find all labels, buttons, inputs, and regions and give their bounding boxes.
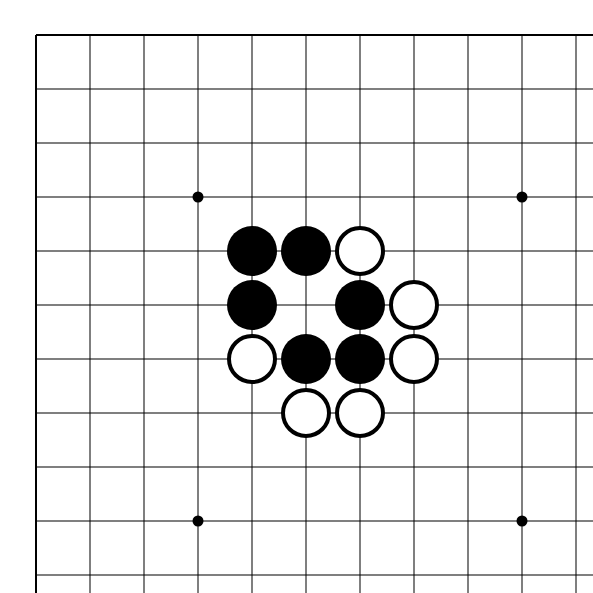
intersection[interactable] (117, 62, 171, 116)
intersection[interactable] (225, 494, 279, 548)
grid-line-v (414, 224, 415, 278)
intersection[interactable] (495, 548, 549, 593)
intersection[interactable] (63, 170, 117, 224)
grid-line-v (90, 62, 91, 116)
grid-line-v (414, 440, 415, 494)
black-stone (227, 280, 277, 330)
intersection[interactable] (9, 170, 63, 224)
intersection[interactable] (495, 170, 549, 224)
intersection[interactable] (549, 8, 593, 62)
grid-line-v (198, 35, 199, 62)
intersection[interactable] (279, 440, 333, 494)
intersection[interactable] (333, 224, 387, 278)
intersection[interactable] (9, 224, 63, 278)
intersection[interactable] (171, 386, 225, 440)
intersection[interactable] (441, 8, 495, 62)
intersection[interactable] (549, 494, 593, 548)
intersection[interactable] (63, 386, 117, 440)
grid-line-v (144, 170, 145, 224)
grid-line-h (36, 251, 63, 252)
grid-line-v (414, 548, 415, 593)
grid-line-v (35, 386, 37, 440)
intersection[interactable] (117, 224, 171, 278)
grid-line-v (468, 386, 469, 440)
intersection[interactable] (549, 224, 593, 278)
grid-line-v (522, 62, 523, 116)
intersection[interactable] (63, 332, 117, 386)
black-stone (335, 280, 385, 330)
intersection[interactable] (495, 332, 549, 386)
grid-line-v (90, 170, 91, 224)
grid-line-v (414, 62, 415, 116)
grid-line-v (252, 35, 253, 62)
intersection[interactable] (333, 8, 387, 62)
white-stone (389, 334, 439, 384)
intersection[interactable] (387, 278, 441, 332)
grid-line-v (198, 278, 199, 332)
grid-line-v (468, 35, 469, 62)
grid-line-v (468, 278, 469, 332)
intersection[interactable] (225, 278, 279, 332)
intersection[interactable] (495, 116, 549, 170)
grid-line-v (35, 170, 37, 224)
intersection[interactable] (117, 278, 171, 332)
grid-line-v (90, 440, 91, 494)
black-stone (281, 334, 331, 384)
grid-line-h (549, 413, 593, 414)
intersection[interactable] (279, 116, 333, 170)
grid-line-v (90, 278, 91, 332)
intersection[interactable] (171, 548, 225, 593)
intersection[interactable] (279, 494, 333, 548)
intersection[interactable] (549, 440, 593, 494)
intersection[interactable] (279, 170, 333, 224)
grid-line-v (35, 332, 37, 386)
grid-line-v (468, 116, 469, 170)
intersection[interactable] (441, 62, 495, 116)
grid-line-v (576, 494, 577, 548)
grid-line-v (35, 548, 37, 593)
intersection[interactable] (387, 386, 441, 440)
grid-line-h (36, 89, 63, 90)
intersection[interactable] (333, 170, 387, 224)
grid-line-v (90, 386, 91, 440)
intersection[interactable] (225, 386, 279, 440)
grid-line-v (306, 548, 307, 593)
grid-line-h (549, 143, 593, 144)
intersection[interactable] (9, 494, 63, 548)
intersection[interactable] (117, 8, 171, 62)
grid-line-v (198, 548, 199, 593)
grid-line-v (360, 170, 361, 224)
intersection[interactable] (387, 170, 441, 224)
intersection[interactable] (225, 170, 279, 224)
intersection[interactable] (171, 224, 225, 278)
grid-line-v (360, 62, 361, 116)
grid-line-v (468, 494, 469, 548)
grid-line-v (35, 62, 37, 116)
intersection[interactable] (279, 332, 333, 386)
grid-line-v (252, 170, 253, 224)
intersection[interactable] (63, 494, 117, 548)
intersection[interactable] (279, 8, 333, 62)
intersection[interactable] (279, 62, 333, 116)
intersection[interactable] (441, 548, 495, 593)
intersection[interactable] (171, 494, 225, 548)
intersection[interactable] (441, 116, 495, 170)
grid-line-v (144, 386, 145, 440)
intersection[interactable] (495, 62, 549, 116)
black-stone (227, 226, 277, 276)
intersection[interactable] (171, 170, 225, 224)
intersection[interactable] (549, 170, 593, 224)
intersection[interactable] (495, 494, 549, 548)
grid-line-v (90, 548, 91, 593)
intersection[interactable] (9, 8, 63, 62)
grid-line-h (549, 359, 593, 360)
white-stone (389, 280, 439, 330)
grid-line-v (522, 386, 523, 440)
grid-line-v (414, 386, 415, 440)
intersection[interactable] (63, 548, 117, 593)
grid-line-v (306, 278, 307, 332)
intersection[interactable] (9, 548, 63, 593)
grid-line-v (252, 116, 253, 170)
grid-line-v (90, 224, 91, 278)
grid-line-v (306, 62, 307, 116)
intersection[interactable] (225, 116, 279, 170)
grid-line-v (576, 170, 577, 224)
grid-line-v (360, 35, 361, 62)
grid-line-v (414, 494, 415, 548)
grid-line-h (36, 575, 63, 576)
grid-line-v (468, 440, 469, 494)
intersection[interactable] (333, 548, 387, 593)
star-point (193, 516, 204, 527)
grid-line-h (549, 34, 593, 36)
grid-line-v (360, 494, 361, 548)
grid-line-v (306, 440, 307, 494)
intersection[interactable] (441, 440, 495, 494)
grid-line-v (90, 332, 91, 386)
grid-line-v (144, 116, 145, 170)
intersection[interactable] (333, 62, 387, 116)
grid-line-v (252, 440, 253, 494)
intersection[interactable] (63, 62, 117, 116)
white-stone (335, 226, 385, 276)
intersection[interactable] (387, 62, 441, 116)
grid-line-v (468, 332, 469, 386)
grid-line-v (522, 116, 523, 170)
grid-line-h (36, 34, 63, 36)
intersection[interactable] (117, 440, 171, 494)
grid-line-v (468, 548, 469, 593)
star-point (517, 516, 528, 527)
grid-line-v (576, 548, 577, 593)
intersection[interactable] (333, 116, 387, 170)
intersection[interactable] (387, 224, 441, 278)
grid-line-v (522, 548, 523, 593)
intersection[interactable] (117, 332, 171, 386)
grid-line-v (360, 548, 361, 593)
grid-line-v (360, 116, 361, 170)
intersection[interactable] (549, 116, 593, 170)
grid-line-v (35, 278, 37, 332)
intersection[interactable] (387, 116, 441, 170)
grid-line-v (198, 332, 199, 386)
grid-line-v (252, 386, 253, 440)
grid-line-v (198, 440, 199, 494)
grid-line-v (35, 224, 37, 278)
intersection[interactable] (495, 8, 549, 62)
intersection[interactable] (441, 278, 495, 332)
star-point (517, 192, 528, 203)
intersection[interactable] (117, 494, 171, 548)
grid-line-v (252, 494, 253, 548)
intersection[interactable] (441, 494, 495, 548)
black-stone (335, 334, 385, 384)
grid-line-h (36, 413, 63, 414)
grid-line-v (576, 116, 577, 170)
grid-line-v (144, 548, 145, 593)
grid-line-v (306, 116, 307, 170)
grid-line-v (522, 440, 523, 494)
grid-line-v (468, 62, 469, 116)
grid-line-v (414, 116, 415, 170)
intersection[interactable] (333, 386, 387, 440)
grid-line-v (144, 278, 145, 332)
grid-line-v (306, 35, 307, 62)
intersection[interactable] (9, 386, 63, 440)
grid-line-v (576, 386, 577, 440)
grid-line-h (36, 467, 63, 468)
grid-line-v (306, 494, 307, 548)
white-stone (281, 388, 331, 438)
intersection[interactable] (387, 440, 441, 494)
grid-line-v (522, 35, 523, 62)
intersection[interactable] (387, 494, 441, 548)
grid-line-v (144, 35, 145, 62)
white-stone (335, 388, 385, 438)
grid-line-v (90, 494, 91, 548)
intersection[interactable] (117, 170, 171, 224)
intersection[interactable] (279, 278, 333, 332)
grid-line-v (198, 116, 199, 170)
intersection[interactable] (549, 332, 593, 386)
intersection[interactable] (171, 440, 225, 494)
intersection[interactable] (225, 440, 279, 494)
intersection[interactable] (117, 116, 171, 170)
grid-line-h (549, 575, 593, 576)
intersection[interactable] (63, 440, 117, 494)
grid-line-v (414, 35, 415, 62)
grid-line-v (252, 62, 253, 116)
intersection[interactable] (171, 62, 225, 116)
grid-line-v (306, 170, 307, 224)
intersection[interactable] (549, 386, 593, 440)
grid-line-v (252, 548, 253, 593)
intersection[interactable] (171, 8, 225, 62)
intersection[interactable] (441, 386, 495, 440)
go-board-diagram (0, 0, 593, 593)
intersection[interactable] (333, 440, 387, 494)
grid-line-v (35, 116, 37, 170)
intersection[interactable] (225, 332, 279, 386)
grid-line-h (549, 521, 593, 522)
intersection[interactable] (225, 224, 279, 278)
intersection[interactable] (63, 278, 117, 332)
intersection[interactable] (9, 278, 63, 332)
intersection[interactable] (333, 332, 387, 386)
grid-line-v (522, 332, 523, 386)
intersection[interactable] (117, 386, 171, 440)
go-board (9, 8, 593, 593)
intersection[interactable] (549, 278, 593, 332)
intersection[interactable] (9, 62, 63, 116)
intersection[interactable] (495, 278, 549, 332)
grid-line-v (468, 224, 469, 278)
grid-line-h (549, 467, 593, 468)
intersection[interactable] (63, 224, 117, 278)
grid-line-v (144, 332, 145, 386)
grid-line-v (522, 278, 523, 332)
grid-line-v (522, 224, 523, 278)
intersection[interactable] (333, 494, 387, 548)
grid-line-h (549, 251, 593, 252)
grid-line-v (576, 62, 577, 116)
intersection[interactable] (387, 8, 441, 62)
intersection[interactable] (441, 332, 495, 386)
grid-line-v (144, 224, 145, 278)
grid-line-h (36, 359, 63, 360)
grid-line-h (36, 143, 63, 144)
grid-line-h (36, 305, 63, 306)
intersection[interactable] (495, 224, 549, 278)
intersection[interactable] (441, 224, 495, 278)
grid-line-v (576, 332, 577, 386)
intersection[interactable] (9, 116, 63, 170)
intersection[interactable] (117, 548, 171, 593)
intersection[interactable] (171, 116, 225, 170)
intersection[interactable] (495, 440, 549, 494)
intersection[interactable] (63, 116, 117, 170)
grid-line-h (36, 521, 63, 522)
intersection[interactable] (63, 8, 117, 62)
intersection[interactable] (225, 8, 279, 62)
intersection[interactable] (171, 278, 225, 332)
intersection[interactable] (225, 62, 279, 116)
grid-line-v (198, 386, 199, 440)
intersection[interactable] (333, 278, 387, 332)
grid-line-v (90, 35, 91, 62)
grid-line-v (144, 440, 145, 494)
grid-line-v (144, 494, 145, 548)
grid-line-h (36, 197, 63, 198)
intersection[interactable] (279, 224, 333, 278)
intersection[interactable] (495, 386, 549, 440)
intersection[interactable] (9, 440, 63, 494)
grid-line-v (90, 116, 91, 170)
intersection[interactable] (9, 332, 63, 386)
grid-line-h (549, 305, 593, 306)
intersection[interactable] (387, 548, 441, 593)
grid-line-v (468, 170, 469, 224)
grid-line-v (144, 62, 145, 116)
grid-line-v (35, 440, 37, 494)
star-point (193, 192, 204, 203)
grid-line-h (549, 89, 593, 90)
black-stone (281, 226, 331, 276)
intersection[interactable] (387, 332, 441, 386)
intersection[interactable] (171, 332, 225, 386)
grid-line-v (576, 35, 577, 62)
grid-line-h (549, 197, 593, 198)
intersection[interactable] (225, 548, 279, 593)
grid-line-v (576, 278, 577, 332)
intersection[interactable] (279, 386, 333, 440)
grid-line-v (35, 494, 37, 548)
intersection[interactable] (549, 548, 593, 593)
intersection[interactable] (549, 62, 593, 116)
white-stone (227, 334, 277, 384)
grid-line-v (414, 170, 415, 224)
grid-line-v (576, 224, 577, 278)
grid-line-v (198, 224, 199, 278)
grid-line-v (360, 440, 361, 494)
grid-line-v (35, 35, 37, 62)
grid-line-v (198, 62, 199, 116)
grid-line-v (576, 440, 577, 494)
intersection[interactable] (279, 548, 333, 593)
intersection[interactable] (441, 170, 495, 224)
